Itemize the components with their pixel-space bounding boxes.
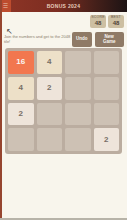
left-edge-strip — [0, 0, 2, 220]
tile-4: 4 — [37, 51, 63, 74]
empty-cell — [65, 51, 91, 74]
bottom-divider — [0, 218, 127, 220]
best-value: 48 — [113, 20, 120, 27]
empty-cell — [94, 77, 120, 100]
empty-cell — [37, 128, 63, 151]
tile-16: 16 — [8, 51, 34, 74]
tile-4: 4 — [8, 77, 34, 100]
score-value: 48 — [95, 20, 102, 27]
tile-2: 2 — [94, 128, 120, 151]
board-grid[interactable]: 1644222 — [5, 48, 122, 154]
intro-text: Join the numbers and get to the 2048 til… — [4, 35, 72, 44]
tile-2: 2 — [8, 103, 34, 126]
score-box: SCORE 48 — [90, 15, 106, 28]
game-page: { "game": "2048", "position": { "grid": … — [0, 0, 127, 220]
empty-cell — [65, 103, 91, 126]
app-header: ☰ BONUS 2024 — [0, 0, 127, 12]
mouse-cursor-icon: ↖ — [6, 27, 13, 36]
empty-cell — [37, 103, 63, 126]
empty-cell — [65, 128, 91, 151]
intro-row: Join the numbers and get to the 2048 til… — [4, 34, 124, 45]
best-box: BEST 48 — [108, 15, 124, 28]
empty-cell — [94, 51, 120, 74]
empty-cell — [94, 103, 120, 126]
scoreboard: SCORE 48 BEST 48 — [90, 15, 124, 28]
empty-cell — [8, 128, 34, 151]
new-game-button[interactable]: New Game — [95, 32, 125, 47]
tile-2: 2 — [37, 77, 63, 100]
empty-cell — [65, 77, 91, 100]
page-title: BONUS 2024 — [0, 3, 127, 9]
button-group: Undo New Game — [72, 32, 124, 47]
undo-button[interactable]: Undo — [72, 32, 92, 47]
